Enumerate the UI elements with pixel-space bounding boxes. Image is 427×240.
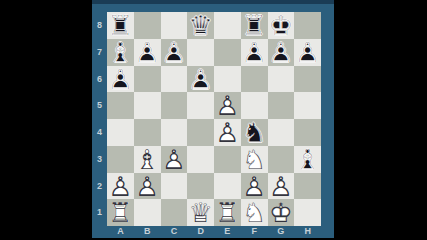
piece-outline-glyph: ♙ — [107, 173, 134, 200]
square-d1: ♛♕ — [187, 199, 214, 226]
square-g4 — [268, 119, 295, 146]
square-d8: ♛♕ — [187, 12, 214, 39]
black-queen-d8: ♛♕ — [187, 12, 214, 39]
white-pawn-f2: ♟♙ — [241, 173, 268, 200]
black-pawn-c7: ♟♙ — [161, 39, 188, 66]
black-bishop-a7: ♝♗ — [107, 39, 134, 66]
piece-outline-glyph: ♘ — [241, 199, 268, 226]
piece-fill-glyph: ♞ — [241, 119, 268, 146]
piece-outline-glyph: ♙ — [241, 173, 268, 200]
square-g6 — [268, 66, 295, 93]
square-g2: ♟♙ — [268, 173, 295, 200]
square-g3 — [268, 146, 295, 173]
square-f6 — [241, 66, 268, 93]
square-h6 — [294, 66, 321, 93]
piece-fill-glyph: ♟ — [161, 39, 188, 66]
square-f5 — [241, 92, 268, 119]
black-pawn-f7: ♟♙ — [241, 39, 268, 66]
piece-fill-glyph: ♜ — [241, 12, 268, 39]
black-pawn-g7: ♟♙ — [268, 39, 295, 66]
piece-fill-glyph: ♟ — [214, 92, 241, 119]
square-d6: ♟♙ — [187, 66, 214, 93]
file-label-B: B — [134, 226, 161, 238]
square-d7 — [187, 39, 214, 66]
file-label-E: E — [214, 226, 241, 238]
black-king-g8: ♚♔ — [268, 12, 295, 39]
square-a8: ♜♖ — [107, 12, 134, 39]
white-queen-d1: ♛♕ — [187, 199, 214, 226]
piece-fill-glyph: ♟ — [187, 66, 214, 93]
square-c7: ♟♙ — [161, 39, 188, 66]
square-e1: ♜♖ — [214, 199, 241, 226]
square-e4: ♟♙ — [214, 119, 241, 146]
rank-label-3: 3 — [92, 146, 107, 173]
square-d5 — [187, 92, 214, 119]
square-a1: ♜♖ — [107, 199, 134, 226]
square-g8: ♚♔ — [268, 12, 295, 39]
black-pawn-h7: ♟♙ — [294, 39, 321, 66]
square-f2: ♟♙ — [241, 173, 268, 200]
file-label-D: D — [187, 226, 214, 238]
rank-label-6: 6 — [92, 66, 107, 93]
piece-outline-glyph: ♕ — [187, 199, 214, 226]
rank-label-2: 2 — [92, 173, 107, 200]
piece-fill-glyph: ♞ — [241, 199, 268, 226]
piece-fill-glyph: ♟ — [294, 39, 321, 66]
piece-outline-glyph: ♘ — [241, 119, 268, 146]
white-pawn-b2: ♟♙ — [134, 173, 161, 200]
black-knight-f4: ♞♘ — [241, 119, 268, 146]
square-f4: ♞♘ — [241, 119, 268, 146]
black-bishop-h3: ♝♗ — [294, 146, 321, 173]
black-pawn-d6: ♟♙ — [187, 66, 214, 93]
file-labels: ABCDEFGH — [107, 226, 321, 238]
square-g5 — [268, 92, 295, 119]
piece-fill-glyph: ♚ — [268, 12, 295, 39]
piece-outline-glyph: ♖ — [214, 199, 241, 226]
square-d2 — [187, 173, 214, 200]
square-c3: ♟♙ — [161, 146, 188, 173]
square-d3 — [187, 146, 214, 173]
rank-label-4: 4 — [92, 119, 107, 146]
white-pawn-g2: ♟♙ — [268, 173, 295, 200]
chess-board: ♜♖♛♕♜♖♚♔♝♗♟♙♟♙♟♙♟♙♟♙♟♙♟♙♟♙♟♙♞♘♝♗♟♙♞♘♝♗♟♙… — [107, 12, 321, 226]
rank-label-1: 1 — [92, 199, 107, 226]
piece-outline-glyph: ♗ — [107, 39, 134, 66]
square-e8 — [214, 12, 241, 39]
piece-outline-glyph: ♗ — [294, 146, 321, 173]
piece-outline-glyph: ♙ — [134, 173, 161, 200]
background-panel: 87654321 ♜♖♛♕♜♖♚♔♝♗♟♙♟♙♟♙♟♙♟♙♟♙♟♙♟♙♟♙♞♘♝… — [92, 0, 334, 238]
square-d4 — [187, 119, 214, 146]
rank-label-8: 8 — [92, 12, 107, 39]
square-h1 — [294, 199, 321, 226]
piece-fill-glyph: ♟ — [268, 173, 295, 200]
square-e3 — [214, 146, 241, 173]
square-e5: ♟♙ — [214, 92, 241, 119]
square-a4 — [107, 119, 134, 146]
white-rook-a1: ♜♖ — [107, 199, 134, 226]
white-pawn-c3: ♟♙ — [161, 146, 188, 173]
square-h4 — [294, 119, 321, 146]
square-f7: ♟♙ — [241, 39, 268, 66]
piece-fill-glyph: ♝ — [107, 39, 134, 66]
rank-labels: 87654321 — [92, 12, 107, 226]
square-b4 — [134, 119, 161, 146]
square-a7: ♝♗ — [107, 39, 134, 66]
square-a5 — [107, 92, 134, 119]
square-h3: ♝♗ — [294, 146, 321, 173]
file-label-C: C — [161, 226, 188, 238]
square-h8 — [294, 12, 321, 39]
piece-fill-glyph: ♟ — [134, 173, 161, 200]
panel-top-strip — [92, 0, 334, 4]
square-h2 — [294, 173, 321, 200]
piece-outline-glyph: ♙ — [161, 146, 188, 173]
piece-fill-glyph: ♟ — [214, 119, 241, 146]
square-c8 — [161, 12, 188, 39]
piece-outline-glyph: ♔ — [268, 199, 295, 226]
black-rook-a8: ♜♖ — [107, 12, 134, 39]
piece-fill-glyph: ♟ — [107, 173, 134, 200]
white-rook-e1: ♜♖ — [214, 199, 241, 226]
piece-fill-glyph: ♝ — [294, 146, 321, 173]
piece-fill-glyph: ♜ — [107, 199, 134, 226]
square-b7: ♟♙ — [134, 39, 161, 66]
video-frame: 87654321 ♜♖♛♕♜♖♚♔♝♗♟♙♟♙♟♙♟♙♟♙♟♙♟♙♟♙♟♙♞♘♝… — [0, 0, 427, 240]
piece-outline-glyph: ♕ — [187, 12, 214, 39]
square-a6: ♟♙ — [107, 66, 134, 93]
piece-outline-glyph: ♙ — [214, 119, 241, 146]
piece-outline-glyph: ♖ — [241, 12, 268, 39]
piece-outline-glyph: ♙ — [294, 39, 321, 66]
piece-outline-glyph: ♙ — [214, 92, 241, 119]
square-b6 — [134, 66, 161, 93]
piece-fill-glyph: ♟ — [241, 173, 268, 200]
square-b8 — [134, 12, 161, 39]
black-rook-f8: ♜♖ — [241, 12, 268, 39]
square-b3: ♝♗ — [134, 146, 161, 173]
square-c4 — [161, 119, 188, 146]
square-f3: ♞♘ — [241, 146, 268, 173]
square-h5 — [294, 92, 321, 119]
square-e6 — [214, 66, 241, 93]
piece-fill-glyph: ♟ — [134, 39, 161, 66]
square-e2 — [214, 173, 241, 200]
piece-outline-glyph: ♙ — [161, 39, 188, 66]
rank-label-5: 5 — [92, 92, 107, 119]
square-b5 — [134, 92, 161, 119]
piece-fill-glyph: ♜ — [107, 12, 134, 39]
piece-outline-glyph: ♙ — [134, 39, 161, 66]
piece-fill-glyph: ♟ — [161, 146, 188, 173]
black-pawn-a6: ♟♙ — [107, 66, 134, 93]
piece-outline-glyph: ♙ — [187, 66, 214, 93]
white-pawn-e5: ♟♙ — [214, 92, 241, 119]
white-bishop-b3: ♝♗ — [134, 146, 161, 173]
white-knight-f1: ♞♘ — [241, 199, 268, 226]
piece-outline-glyph: ♙ — [241, 39, 268, 66]
file-label-G: G — [268, 226, 295, 238]
square-b2: ♟♙ — [134, 173, 161, 200]
square-c1 — [161, 199, 188, 226]
square-f8: ♜♖ — [241, 12, 268, 39]
piece-fill-glyph: ♛ — [187, 12, 214, 39]
white-pawn-a2: ♟♙ — [107, 173, 134, 200]
piece-outline-glyph: ♔ — [268, 12, 295, 39]
white-knight-f3: ♞♘ — [241, 146, 268, 173]
piece-fill-glyph: ♞ — [241, 146, 268, 173]
white-king-g1: ♚♔ — [268, 199, 295, 226]
piece-outline-glyph: ♙ — [268, 173, 295, 200]
piece-outline-glyph: ♗ — [134, 146, 161, 173]
white-pawn-e4: ♟♙ — [214, 119, 241, 146]
piece-fill-glyph: ♟ — [241, 39, 268, 66]
square-b1 — [134, 199, 161, 226]
piece-fill-glyph: ♛ — [187, 199, 214, 226]
piece-outline-glyph: ♙ — [268, 39, 295, 66]
rank-label-7: 7 — [92, 39, 107, 66]
file-label-F: F — [241, 226, 268, 238]
square-h7: ♟♙ — [294, 39, 321, 66]
square-a3 — [107, 146, 134, 173]
piece-fill-glyph: ♟ — [107, 66, 134, 93]
piece-fill-glyph: ♝ — [134, 146, 161, 173]
piece-fill-glyph: ♚ — [268, 199, 295, 226]
piece-outline-glyph: ♖ — [107, 12, 134, 39]
square-f1: ♞♘ — [241, 199, 268, 226]
black-pawn-b7: ♟♙ — [134, 39, 161, 66]
file-label-H: H — [294, 226, 321, 238]
square-g1: ♚♔ — [268, 199, 295, 226]
square-a2: ♟♙ — [107, 173, 134, 200]
square-g7: ♟♙ — [268, 39, 295, 66]
piece-outline-glyph: ♖ — [107, 199, 134, 226]
piece-fill-glyph: ♜ — [214, 199, 241, 226]
file-label-A: A — [107, 226, 134, 238]
square-c2 — [161, 173, 188, 200]
piece-fill-glyph: ♟ — [268, 39, 295, 66]
square-c6 — [161, 66, 188, 93]
piece-outline-glyph: ♙ — [107, 66, 134, 93]
square-e7 — [214, 39, 241, 66]
square-c5 — [161, 92, 188, 119]
piece-outline-glyph: ♘ — [241, 146, 268, 173]
